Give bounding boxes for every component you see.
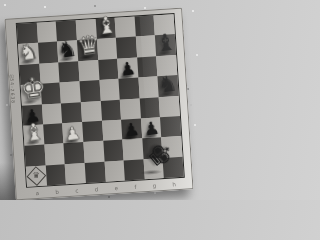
square-b8 xyxy=(36,22,57,44)
square-b2 xyxy=(44,144,65,166)
square-d5 xyxy=(79,80,100,102)
file-label-a: a xyxy=(35,189,39,195)
square-c2 xyxy=(64,142,85,164)
square-f8 xyxy=(115,17,136,39)
square-e1 xyxy=(104,160,125,182)
square-b5 xyxy=(40,83,61,105)
black-knight-glyph: ♞ xyxy=(56,37,78,61)
crown-icon: ♛ xyxy=(32,172,40,180)
black-pawn-glyph: ♟ xyxy=(119,59,137,79)
square-f4 xyxy=(120,98,141,120)
square-b7 xyxy=(38,42,59,64)
square-d4 xyxy=(81,100,102,122)
square-d8 xyxy=(76,19,97,41)
square-d3 xyxy=(82,121,103,143)
square-d7: ♛ xyxy=(77,39,98,61)
square-g1: ♚ xyxy=(143,158,164,180)
square-g8 xyxy=(134,15,155,37)
square-h7: ♝ xyxy=(155,34,176,56)
piece-black-pawn: ♟ xyxy=(22,106,44,126)
piece-white-bishop: ♝ xyxy=(94,14,116,39)
piece-shadow xyxy=(140,169,162,175)
square-f2 xyxy=(122,139,143,161)
file-label-f: f xyxy=(134,183,136,189)
square-a8 xyxy=(17,23,38,45)
square-h3 xyxy=(160,116,181,138)
square-g5 xyxy=(138,76,159,98)
square-h5: ♞ xyxy=(158,75,179,97)
file-label-g: g xyxy=(152,182,156,188)
photo-noise-speckles xyxy=(4,4,6,6)
square-b6 xyxy=(39,62,60,84)
square-h4 xyxy=(159,95,180,117)
square-e8: ♝ xyxy=(95,18,116,40)
piece-black-pawn: ♟ xyxy=(140,119,162,139)
square-a5: ♚ xyxy=(21,84,42,106)
square-e4 xyxy=(100,99,121,121)
black-pawn-glyph: ♟ xyxy=(23,106,41,126)
square-g2 xyxy=(142,137,163,159)
square-f1 xyxy=(124,159,145,181)
square-c3: ♟ xyxy=(62,122,83,144)
piece-black-pawn: ♟ xyxy=(117,59,139,79)
square-a2 xyxy=(24,145,45,167)
square-a6 xyxy=(19,63,40,85)
square-g6 xyxy=(137,56,158,78)
file-label-h: h xyxy=(172,181,176,187)
square-d6 xyxy=(78,60,99,82)
square-f7 xyxy=(116,37,137,59)
square-a4: ♟ xyxy=(22,104,43,126)
square-e7 xyxy=(96,38,117,60)
square-h8 xyxy=(154,14,175,36)
square-e6 xyxy=(98,59,119,81)
piece-black-knight: ♞ xyxy=(157,72,179,96)
square-a7: ♞ xyxy=(18,43,39,65)
black-pawn-glyph: ♟ xyxy=(142,119,160,139)
square-h2 xyxy=(162,136,183,158)
square-d2 xyxy=(83,141,104,163)
square-c1 xyxy=(65,163,86,185)
file-label-c: c xyxy=(75,187,78,193)
square-e5 xyxy=(99,79,120,101)
board-grid: ♝♞♞♛♝♟♚♞♟♝♟♟♟♛♚ xyxy=(17,14,184,187)
file-label-b: b xyxy=(55,188,59,194)
square-c6 xyxy=(59,61,80,83)
square-h6 xyxy=(156,55,177,77)
square-d1 xyxy=(85,161,106,183)
square-a3: ♝ xyxy=(23,124,44,146)
black-knight-glyph: ♞ xyxy=(157,72,179,96)
square-c8 xyxy=(56,20,77,42)
square-g3: ♟ xyxy=(141,117,162,139)
square-g7 xyxy=(136,36,157,58)
piece-white-pawn: ♟ xyxy=(62,124,84,144)
square-c5 xyxy=(60,81,81,103)
board-logo-emblem: ♛ xyxy=(26,166,46,186)
white-knight-glyph: ♞ xyxy=(17,40,39,64)
square-f6: ♟ xyxy=(117,57,138,79)
board-serial-stamp: Ⓔ 54-2638 xyxy=(9,70,16,104)
file-label-e: e xyxy=(114,184,118,190)
square-e2 xyxy=(103,140,124,162)
square-b1 xyxy=(45,164,66,186)
chess-board: Ⓔ 54-2638 ♝♞♞♛♝♟♚♞♟♝♟♟♟♛♚ abcdefgh xyxy=(4,8,193,200)
square-a1: ♛ xyxy=(26,165,47,187)
black-pawn-glyph: ♟ xyxy=(122,120,140,140)
square-h1 xyxy=(163,156,184,178)
square-c4 xyxy=(61,102,82,124)
file-label-d: d xyxy=(94,186,98,192)
piece-white-knight: ♞ xyxy=(17,40,39,64)
square-b4 xyxy=(42,103,63,125)
square-g4 xyxy=(139,97,160,119)
square-b3 xyxy=(43,123,64,145)
square-c7: ♞ xyxy=(57,41,78,63)
piece-black-pawn: ♟ xyxy=(121,120,143,140)
square-e3 xyxy=(102,120,123,142)
square-f5 xyxy=(119,78,140,100)
piece-black-knight: ♞ xyxy=(56,37,78,61)
square-f3: ♟ xyxy=(121,118,142,140)
white-pawn-glyph: ♟ xyxy=(64,124,82,144)
